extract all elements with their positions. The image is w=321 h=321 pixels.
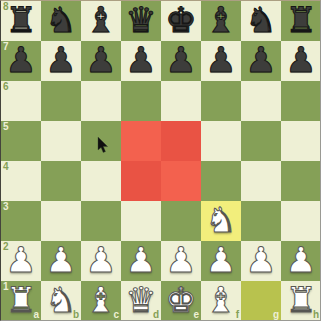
square-d3[interactable] (121, 201, 161, 241)
square-a3[interactable]: 3 (1, 201, 41, 241)
square-h1[interactable]: h♜ (281, 281, 321, 321)
piece-black-pawn[interactable]: ♟ (5, 43, 36, 78)
square-h3[interactable] (281, 201, 321, 241)
square-h8[interactable]: ♜ (281, 1, 321, 41)
piece-black-knight[interactable]: ♞ (45, 3, 76, 38)
square-c4[interactable] (81, 161, 121, 201)
square-f1[interactable]: f♝ (201, 281, 241, 321)
square-b5[interactable] (41, 121, 81, 161)
square-e8[interactable]: ♚ (161, 1, 201, 41)
square-h4[interactable] (281, 161, 321, 201)
piece-white-pawn[interactable]: ♟ (205, 243, 236, 278)
rank-label-3: 3 (3, 202, 9, 212)
piece-white-rook[interactable]: ♜ (285, 283, 316, 318)
square-f8[interactable]: ♝ (201, 1, 241, 41)
square-g5[interactable] (241, 121, 281, 161)
square-g7[interactable]: ♟ (241, 41, 281, 81)
square-d4[interactable] (121, 161, 161, 201)
piece-black-pawn[interactable]: ♟ (45, 43, 76, 78)
piece-black-bishop[interactable]: ♝ (205, 3, 236, 38)
square-g1[interactable]: g (241, 281, 281, 321)
square-h5[interactable] (281, 121, 321, 161)
piece-black-pawn[interactable]: ♟ (205, 43, 236, 78)
square-f2[interactable]: ♟ (201, 241, 241, 281)
square-c6[interactable] (81, 81, 121, 121)
square-c8[interactable]: ♝ (81, 1, 121, 41)
square-a7[interactable]: 7♟ (1, 41, 41, 81)
square-c2[interactable]: ♟ (81, 241, 121, 281)
piece-white-pawn[interactable]: ♟ (165, 243, 196, 278)
rank-label-6: 6 (3, 82, 9, 92)
square-c3[interactable] (81, 201, 121, 241)
piece-white-pawn[interactable]: ♟ (45, 243, 76, 278)
square-f6[interactable] (201, 81, 241, 121)
piece-white-pawn[interactable]: ♟ (5, 243, 36, 278)
piece-black-bishop[interactable]: ♝ (85, 3, 116, 38)
square-d8[interactable]: ♛ (121, 1, 161, 41)
square-h7[interactable]: ♟ (281, 41, 321, 81)
piece-black-queen[interactable]: ♛ (125, 3, 156, 38)
piece-white-queen[interactable]: ♛ (125, 283, 156, 318)
square-d2[interactable]: ♟ (121, 241, 161, 281)
square-e3[interactable] (161, 201, 201, 241)
square-e6[interactable] (161, 81, 201, 121)
piece-black-rook[interactable]: ♜ (285, 3, 316, 38)
piece-white-pawn[interactable]: ♟ (85, 243, 116, 278)
square-d1[interactable]: d♛ (121, 281, 161, 321)
square-g4[interactable] (241, 161, 281, 201)
piece-white-pawn[interactable]: ♟ (285, 243, 316, 278)
piece-black-pawn[interactable]: ♟ (85, 43, 116, 78)
square-f5[interactable] (201, 121, 241, 161)
square-b8[interactable]: ♞ (41, 1, 81, 41)
square-a1[interactable]: 1a♜ (1, 281, 41, 321)
square-g8[interactable]: ♞ (241, 1, 281, 41)
square-f3[interactable]: ♞ (201, 201, 241, 241)
file-label-g: g (273, 310, 279, 320)
square-a4[interactable]: 4 (1, 161, 41, 201)
piece-black-knight[interactable]: ♞ (245, 3, 276, 38)
piece-white-bishop[interactable]: ♝ (205, 283, 236, 318)
piece-white-knight[interactable]: ♞ (45, 283, 76, 318)
piece-black-rook[interactable]: ♜ (5, 3, 36, 38)
piece-white-knight[interactable]: ♞ (205, 203, 236, 238)
square-b7[interactable]: ♟ (41, 41, 81, 81)
square-g6[interactable] (241, 81, 281, 121)
square-e4[interactable] (161, 161, 201, 201)
piece-white-bishop[interactable]: ♝ (85, 283, 116, 318)
piece-white-pawn[interactable]: ♟ (245, 243, 276, 278)
piece-black-pawn[interactable]: ♟ (245, 43, 276, 78)
square-b1[interactable]: b♞ (41, 281, 81, 321)
square-e7[interactable]: ♟ (161, 41, 201, 81)
square-e5[interactable] (161, 121, 201, 161)
square-g2[interactable]: ♟ (241, 241, 281, 281)
square-b3[interactable] (41, 201, 81, 241)
square-f4[interactable] (201, 161, 241, 201)
rank-label-4: 4 (3, 162, 9, 172)
square-e2[interactable]: ♟ (161, 241, 201, 281)
square-c7[interactable]: ♟ (81, 41, 121, 81)
piece-black-king[interactable]: ♚ (165, 3, 196, 38)
square-c1[interactable]: c♝ (81, 281, 121, 321)
piece-black-pawn[interactable]: ♟ (125, 43, 156, 78)
square-h2[interactable]: ♟ (281, 241, 321, 281)
square-f7[interactable]: ♟ (201, 41, 241, 81)
square-b6[interactable] (41, 81, 81, 121)
piece-white-pawn[interactable]: ♟ (125, 243, 156, 278)
piece-black-pawn[interactable]: ♟ (165, 43, 196, 78)
square-d7[interactable]: ♟ (121, 41, 161, 81)
square-a6[interactable]: 6 (1, 81, 41, 121)
square-h6[interactable] (281, 81, 321, 121)
square-d6[interactable] (121, 81, 161, 121)
rank-label-5: 5 (3, 122, 9, 132)
square-e1[interactable]: e♚ (161, 281, 201, 321)
piece-white-king[interactable]: ♚ (165, 283, 196, 318)
square-c5[interactable] (81, 121, 121, 161)
piece-black-pawn[interactable]: ♟ (285, 43, 316, 78)
square-a8[interactable]: 8♜ (1, 1, 41, 41)
square-b4[interactable] (41, 161, 81, 201)
square-g3[interactable] (241, 201, 281, 241)
square-a5[interactable]: 5 (1, 121, 41, 161)
chess-board: 8♜♞♝♛♚♝♞♜7♟♟♟♟♟♟♟♟6543♞2♟♟♟♟♟♟♟♟1a♜b♞c♝d… (1, 1, 321, 321)
square-b2[interactable]: ♟ (41, 241, 81, 281)
square-a2[interactable]: 2♟ (1, 241, 41, 281)
chess-board-window: 8♜♞♝♛♚♝♞♜7♟♟♟♟♟♟♟♟6543♞2♟♟♟♟♟♟♟♟1a♜b♞c♝d… (0, 0, 321, 321)
square-d5[interactable] (121, 121, 161, 161)
piece-white-rook[interactable]: ♜ (5, 283, 36, 318)
